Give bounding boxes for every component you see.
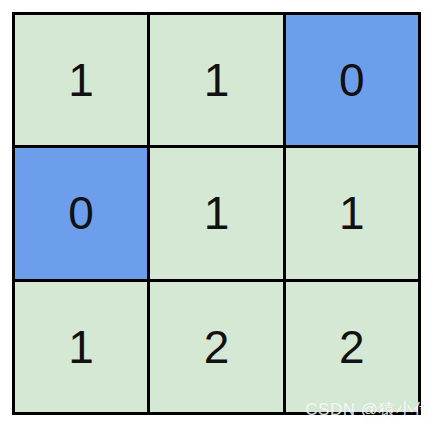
grid-board: 1 1 0 0 1 1 1 2 2 (12, 12, 421, 415)
grid-cell-r0c0: 1 (15, 15, 147, 145)
grid-cell-r1c0: 0 (15, 148, 147, 278)
cell-value: 1 (339, 190, 365, 236)
cell-value: 0 (339, 57, 365, 103)
grid-cell-r1c2: 1 (286, 148, 418, 278)
grid-cell-r2c2: 2 (286, 282, 418, 412)
grid-cell-r0c1: 1 (150, 15, 282, 145)
cell-value: 1 (204, 57, 230, 103)
cell-value: 1 (68, 324, 94, 370)
cell-value: 0 (68, 190, 94, 236)
grid-cell-r1c1: 1 (150, 148, 282, 278)
cell-value: 1 (204, 190, 230, 236)
cell-value: 1 (68, 57, 94, 103)
grid-cell-r2c1: 2 (150, 282, 282, 412)
grid-cell-r2c0: 1 (15, 282, 147, 412)
page-canvas: 1 1 0 0 1 1 1 2 2 CSDN @猿小付 (0, 0, 434, 428)
grid-cell-r0c2: 0 (286, 15, 418, 145)
cell-value: 2 (204, 324, 230, 370)
cell-value: 2 (339, 324, 365, 370)
